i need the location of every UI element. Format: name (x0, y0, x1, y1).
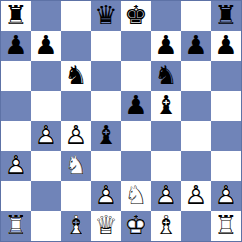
square-c8[interactable] (61, 1, 91, 31)
white-pawn[interactable]: ♟♙ (31, 121, 61, 151)
piece-glyph: ♜ (211, 1, 241, 30)
square-c6[interactable]: ♞ (61, 61, 91, 91)
square-e2[interactable]: ♞♘ (121, 181, 151, 211)
piece-outline-glyph: ♖ (211, 211, 241, 240)
piece-glyph: ♟ (121, 91, 151, 120)
square-f2[interactable]: ♟♙ (151, 181, 181, 211)
square-d8[interactable]: ♛ (91, 1, 121, 31)
square-a8[interactable]: ♜ (1, 1, 31, 31)
black-king[interactable]: ♚ (121, 1, 151, 31)
white-pawn[interactable]: ♟♙ (151, 181, 181, 211)
square-e6[interactable] (121, 61, 151, 91)
white-pawn[interactable]: ♟♙ (211, 181, 241, 211)
square-f8[interactable] (151, 1, 181, 31)
white-rook[interactable]: ♜♖ (1, 211, 31, 241)
piece-outline-glyph: ♔ (121, 211, 151, 240)
square-d2[interactable]: ♟♙ (91, 181, 121, 211)
square-g5[interactable] (181, 91, 211, 121)
black-rook[interactable]: ♜ (211, 1, 241, 31)
white-pawn[interactable]: ♟♙ (61, 121, 91, 151)
square-f6[interactable]: ♞ (151, 61, 181, 91)
piece-outline-glyph: ♙ (151, 181, 181, 210)
square-d1[interactable]: ♛♕ (91, 211, 121, 241)
square-e8[interactable]: ♚ (121, 1, 151, 31)
square-f7[interactable]: ♟ (151, 31, 181, 61)
square-d6[interactable] (91, 61, 121, 91)
square-g1[interactable] (181, 211, 211, 241)
white-rook[interactable]: ♜♖ (211, 211, 241, 241)
black-bishop[interactable]: ♝ (91, 121, 121, 151)
black-rook[interactable]: ♜ (1, 1, 31, 31)
square-e4[interactable] (121, 121, 151, 151)
piece-glyph: ♝ (151, 91, 181, 120)
square-a1[interactable]: ♜♖ (1, 211, 31, 241)
piece-glyph: ♞ (151, 61, 181, 90)
square-d4[interactable]: ♝ (91, 121, 121, 151)
square-d5[interactable] (91, 91, 121, 121)
piece-glyph: ♚ (121, 1, 151, 30)
piece-glyph: ♝ (91, 121, 121, 150)
white-pawn[interactable]: ♟♙ (1, 151, 31, 181)
square-c2[interactable] (61, 181, 91, 211)
square-e7[interactable] (121, 31, 151, 61)
white-bishop[interactable]: ♝♗ (61, 211, 91, 241)
piece-outline-glyph: ♘ (121, 181, 151, 210)
piece-glyph: ♜ (1, 1, 31, 30)
square-b4[interactable]: ♟♙ (31, 121, 61, 151)
square-b7[interactable]: ♟ (31, 31, 61, 61)
square-c5[interactable] (61, 91, 91, 121)
square-a4[interactable] (1, 121, 31, 151)
square-a5[interactable] (1, 91, 31, 121)
square-c3[interactable]: ♞♘ (61, 151, 91, 181)
white-bishop[interactable]: ♝♗ (151, 211, 181, 241)
piece-glyph: ♞ (61, 61, 91, 90)
square-b2[interactable] (31, 181, 61, 211)
square-a7[interactable]: ♟ (1, 31, 31, 61)
white-knight[interactable]: ♞♘ (61, 151, 91, 181)
piece-glyph: ♛ (91, 1, 121, 30)
square-g4[interactable] (181, 121, 211, 151)
black-pawn[interactable]: ♟ (151, 31, 181, 61)
square-f3[interactable] (151, 151, 181, 181)
black-bishop[interactable]: ♝ (151, 91, 181, 121)
square-a3[interactable]: ♟♙ (1, 151, 31, 181)
piece-outline-glyph: ♗ (61, 211, 91, 240)
square-b1[interactable] (31, 211, 61, 241)
white-pawn[interactable]: ♟♙ (91, 181, 121, 211)
square-h5[interactable] (211, 91, 241, 121)
square-d7[interactable] (91, 31, 121, 61)
square-b3[interactable] (31, 151, 61, 181)
black-pawn[interactable]: ♟ (31, 31, 61, 61)
white-king[interactable]: ♚♔ (121, 211, 151, 241)
square-h3[interactable] (211, 151, 241, 181)
piece-outline-glyph: ♙ (211, 181, 241, 210)
white-queen[interactable]: ♛♕ (91, 211, 121, 241)
piece-outline-glyph: ♙ (61, 121, 91, 150)
square-c4[interactable]: ♟♙ (61, 121, 91, 151)
square-h7[interactable]: ♟ (211, 31, 241, 61)
square-c1[interactable]: ♝♗ (61, 211, 91, 241)
piece-glyph: ♟ (151, 31, 181, 60)
square-h4[interactable] (211, 121, 241, 151)
square-a6[interactable] (1, 61, 31, 91)
piece-outline-glyph: ♕ (91, 211, 121, 240)
black-queen[interactable]: ♛ (91, 1, 121, 31)
black-pawn[interactable]: ♟ (181, 31, 211, 61)
piece-glyph: ♟ (211, 31, 241, 60)
square-g7[interactable]: ♟ (181, 31, 211, 61)
white-knight[interactable]: ♞♘ (121, 181, 151, 211)
piece-outline-glyph: ♗ (151, 211, 181, 240)
piece-outline-glyph: ♙ (31, 121, 61, 150)
square-f5[interactable]: ♝ (151, 91, 181, 121)
black-pawn[interactable]: ♟ (211, 31, 241, 61)
black-knight[interactable]: ♞ (151, 61, 181, 91)
black-knight[interactable]: ♞ (61, 61, 91, 91)
piece-glyph: ♟ (1, 31, 31, 60)
piece-outline-glyph: ♙ (181, 181, 211, 210)
square-b5[interactable] (31, 91, 61, 121)
piece-outline-glyph: ♙ (91, 181, 121, 210)
square-h8[interactable]: ♜ (211, 1, 241, 31)
piece-glyph: ♟ (181, 31, 211, 60)
square-g8[interactable] (181, 1, 211, 31)
square-e5[interactable]: ♟ (121, 91, 151, 121)
square-e3[interactable] (121, 151, 151, 181)
piece-outline-glyph: ♙ (1, 151, 31, 180)
square-h2[interactable]: ♟♙ (211, 181, 241, 211)
square-a2[interactable] (1, 181, 31, 211)
white-pawn[interactable]: ♟♙ (181, 181, 211, 211)
piece-outline-glyph: ♘ (61, 151, 91, 180)
square-h6[interactable] (211, 61, 241, 91)
square-g3[interactable] (181, 151, 211, 181)
square-h1[interactable]: ♜♖ (211, 211, 241, 241)
square-c7[interactable] (61, 31, 91, 61)
square-b8[interactable] (31, 1, 61, 31)
chess-board: ♜♛♚♜♟♟♟♟♟♞♞♟♝♟♙♟♙♝♟♙♞♘♟♙♞♘♟♙♟♙♟♙♜♖♝♗♛♕♚♔… (0, 0, 242, 242)
square-f4[interactable] (151, 121, 181, 151)
piece-outline-glyph: ♖ (1, 211, 31, 240)
square-b6[interactable] (31, 61, 61, 91)
black-pawn[interactable]: ♟ (121, 91, 151, 121)
square-g2[interactable]: ♟♙ (181, 181, 211, 211)
square-f1[interactable]: ♝♗ (151, 211, 181, 241)
square-e1[interactable]: ♚♔ (121, 211, 151, 241)
piece-glyph: ♟ (31, 31, 61, 60)
black-pawn[interactable]: ♟ (1, 31, 31, 61)
square-d3[interactable] (91, 151, 121, 181)
square-g6[interactable] (181, 61, 211, 91)
